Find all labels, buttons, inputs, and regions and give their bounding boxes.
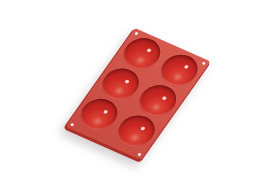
- specular-highlight-dot: [161, 95, 167, 100]
- specular-highlight-dot: [102, 109, 108, 114]
- mold-shadow-wrapper: [0, 0, 262, 196]
- specular-highlight-dot: [183, 65, 189, 70]
- specular-highlight-dot: [124, 79, 130, 84]
- specular-highlight-dot: [140, 126, 146, 131]
- silicone-baking-mold: [65, 28, 210, 160]
- hemisphere-cavity: [73, 94, 124, 136]
- cavity-grid: [68, 30, 208, 155]
- specular-highlight-dot: [145, 48, 151, 53]
- product-photo: [0, 0, 262, 196]
- hemisphere-cavity: [111, 111, 162, 153]
